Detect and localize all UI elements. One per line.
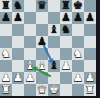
piece-black-bishop: ♝ — [48, 60, 60, 72]
square-b1[interactable] — [12, 84, 24, 96]
piece-white-pawn: ♟ — [0, 72, 12, 84]
square-c5[interactable] — [24, 36, 36, 48]
square-a4[interactable]: ♞ — [0, 48, 12, 60]
square-c4[interactable] — [24, 48, 36, 60]
piece-white-rook: ♜ — [0, 84, 12, 96]
square-e4[interactable] — [48, 48, 60, 60]
piece-white-bishop: ♝ — [36, 60, 48, 72]
square-h6[interactable] — [84, 24, 96, 36]
piece-black-pawn: ♟ — [60, 12, 72, 24]
piece-black-knight: ♞ — [12, 0, 24, 12]
square-c2[interactable]: ♟ — [24, 72, 36, 84]
square-b7[interactable]: ♟ — [12, 12, 24, 24]
square-g4[interactable]: ♞ — [72, 48, 84, 60]
square-b5[interactable] — [12, 36, 24, 48]
square-e3[interactable]: ♝ — [48, 60, 60, 72]
square-d1[interactable]: ♛ — [36, 84, 48, 96]
square-d7[interactable] — [36, 12, 48, 24]
square-h4[interactable] — [84, 48, 96, 60]
square-f7[interactable]: ♟ — [60, 12, 72, 24]
piece-white-pawn: ♟ — [84, 72, 96, 84]
square-d4[interactable] — [36, 48, 48, 60]
square-f5[interactable] — [60, 36, 72, 48]
square-b4[interactable] — [12, 48, 24, 60]
square-c8[interactable] — [24, 0, 36, 12]
square-g8[interactable]: ♚ — [72, 0, 84, 12]
square-c7[interactable] — [24, 12, 36, 24]
piece-white-rook: ♜ — [84, 84, 96, 96]
square-e6[interactable]: ♝ — [48, 24, 60, 36]
square-a7[interactable]: ♟ — [0, 12, 12, 24]
chess-app-window: ♜♞♛♜♚♟♟♟♟♟♝♞♟♞♞♝♝♝♟♟♟♟♟♟♜♛♚♜ — [0, 0, 100, 98]
square-e7[interactable] — [48, 12, 60, 24]
square-f6[interactable]: ♞ — [60, 24, 72, 36]
square-d5[interactable]: ♟ — [36, 36, 48, 48]
square-g3[interactable] — [72, 60, 84, 72]
piece-black-king: ♚ — [72, 0, 84, 12]
square-d3[interactable]: ♝ — [36, 60, 48, 72]
square-f8[interactable]: ♜ — [60, 0, 72, 12]
piece-black-pawn: ♟ — [84, 12, 96, 24]
piece-white-knight: ♞ — [72, 48, 84, 60]
piece-white-bishop: ♝ — [24, 60, 36, 72]
square-h8[interactable] — [84, 0, 96, 12]
square-d8[interactable]: ♛ — [36, 0, 48, 12]
piece-black-bishop: ♝ — [48, 24, 60, 36]
piece-black-knight: ♞ — [60, 24, 72, 36]
square-f2[interactable] — [60, 72, 72, 84]
piece-black-pawn: ♟ — [36, 36, 48, 48]
piece-white-pawn: ♟ — [60, 60, 72, 72]
piece-white-pawn: ♟ — [72, 72, 84, 84]
square-h1[interactable]: ♜ — [84, 84, 96, 96]
square-a3[interactable] — [0, 60, 12, 72]
piece-black-pawn: ♟ — [12, 12, 24, 24]
square-g2[interactable]: ♟ — [72, 72, 84, 84]
square-a6[interactable] — [0, 24, 12, 36]
piece-black-rook: ♜ — [0, 0, 12, 12]
square-e2[interactable] — [48, 72, 60, 84]
square-h5[interactable] — [84, 36, 96, 48]
square-f1[interactable] — [60, 84, 72, 96]
square-e1[interactable]: ♚ — [48, 84, 60, 96]
piece-black-rook: ♜ — [60, 0, 72, 12]
square-c1[interactable] — [24, 84, 36, 96]
piece-black-queen: ♛ — [36, 0, 48, 12]
square-h3[interactable] — [84, 60, 96, 72]
square-f4[interactable] — [60, 48, 72, 60]
square-c6[interactable] — [24, 24, 36, 36]
piece-black-pawn: ♟ — [0, 12, 12, 24]
chess-board[interactable]: ♜♞♛♜♚♟♟♟♟♟♝♞♟♞♞♝♝♝♟♟♟♟♟♟♜♛♚♜ — [0, 0, 96, 96]
square-b6[interactable] — [12, 24, 24, 36]
square-d2[interactable] — [36, 72, 48, 84]
piece-white-knight: ♞ — [0, 48, 12, 60]
square-a8[interactable]: ♜ — [0, 0, 12, 12]
square-e5[interactable] — [48, 36, 60, 48]
square-h7[interactable]: ♟ — [84, 12, 96, 24]
square-f3[interactable]: ♟ — [60, 60, 72, 72]
square-a5[interactable] — [0, 36, 12, 48]
piece-white-pawn: ♟ — [24, 72, 36, 84]
square-d6[interactable] — [36, 24, 48, 36]
square-b2[interactable]: ♟ — [12, 72, 24, 84]
piece-white-queen: ♛ — [36, 84, 48, 96]
square-g1[interactable] — [72, 84, 84, 96]
square-e8[interactable] — [48, 0, 60, 12]
square-g7[interactable]: ♟ — [72, 12, 84, 24]
square-a2[interactable]: ♟ — [0, 72, 12, 84]
piece-white-king: ♚ — [48, 84, 60, 96]
piece-white-pawn: ♟ — [12, 72, 24, 84]
square-c3[interactable]: ♝ — [24, 60, 36, 72]
piece-black-pawn: ♟ — [72, 12, 84, 24]
square-a1[interactable]: ♜ — [0, 84, 12, 96]
square-b3[interactable] — [12, 60, 24, 72]
square-g5[interactable] — [72, 36, 84, 48]
square-h2[interactable]: ♟ — [84, 72, 96, 84]
square-b8[interactable]: ♞ — [12, 0, 24, 12]
square-g6[interactable] — [72, 24, 84, 36]
